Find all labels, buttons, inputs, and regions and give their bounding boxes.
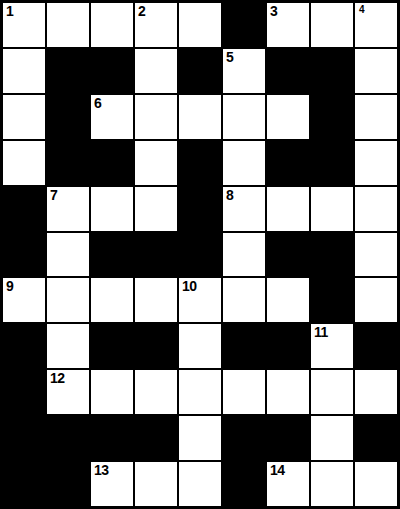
cell-r2c8 bbox=[311, 49, 353, 93]
cell-r3c9[interactable] bbox=[355, 95, 397, 139]
cell-r2c6[interactable]: 5 bbox=[223, 49, 265, 93]
clue-number-4: 4 bbox=[359, 4, 364, 16]
cell-r11c6 bbox=[223, 462, 265, 506]
cell-r2c5 bbox=[179, 49, 221, 93]
cell-r9c7[interactable] bbox=[267, 370, 309, 414]
cell-r2c3 bbox=[91, 49, 133, 93]
cell-r4c7 bbox=[267, 141, 309, 185]
cell-r5c3[interactable] bbox=[91, 187, 133, 231]
cell-r3c5[interactable] bbox=[179, 95, 221, 139]
cell-r9c8[interactable] bbox=[311, 370, 353, 414]
cell-r10c6 bbox=[223, 416, 265, 460]
clue-number-6: 6 bbox=[94, 95, 101, 111]
cell-r6c6[interactable] bbox=[223, 233, 265, 277]
cell-r10c7 bbox=[267, 416, 309, 460]
cell-r7c8 bbox=[311, 278, 353, 322]
cell-r7c7[interactable] bbox=[267, 278, 309, 322]
cell-r8c2[interactable] bbox=[47, 324, 89, 368]
clue-number-5: 5 bbox=[226, 49, 233, 65]
cell-r11c3[interactable]: 13 bbox=[91, 462, 133, 506]
cell-r1c6 bbox=[223, 3, 265, 47]
clue-number-11: 11 bbox=[314, 324, 328, 340]
cell-r2c2 bbox=[47, 49, 89, 93]
clue-number-2: 2 bbox=[138, 3, 145, 19]
cell-r11c2 bbox=[47, 462, 89, 506]
cell-r1c8[interactable] bbox=[311, 3, 353, 47]
cell-r4c6[interactable] bbox=[223, 141, 265, 185]
cell-r7c6[interactable] bbox=[223, 278, 265, 322]
cell-r9c4[interactable] bbox=[135, 370, 177, 414]
cell-r1c2[interactable] bbox=[47, 3, 89, 47]
crossword-grid: 1234567891011121314 bbox=[0, 0, 400, 509]
cell-r7c1[interactable]: 9 bbox=[3, 278, 45, 322]
cell-r5c1 bbox=[3, 187, 45, 231]
cell-r11c4[interactable] bbox=[135, 462, 177, 506]
clue-number-14: 14 bbox=[270, 462, 285, 478]
cell-r2c9[interactable] bbox=[355, 49, 397, 93]
cell-r11c9[interactable] bbox=[355, 462, 397, 506]
cell-r5c4[interactable] bbox=[135, 187, 177, 231]
cell-r3c4[interactable] bbox=[135, 95, 177, 139]
cell-r2c1[interactable] bbox=[3, 49, 45, 93]
cell-r3c3[interactable]: 6 bbox=[91, 95, 133, 139]
cell-r6c2[interactable] bbox=[47, 233, 89, 277]
cell-r4c4[interactable] bbox=[135, 141, 177, 185]
cell-r8c5[interactable] bbox=[179, 324, 221, 368]
clue-number-13: 13 bbox=[94, 462, 109, 478]
cell-r11c7[interactable]: 14 bbox=[267, 462, 309, 506]
cell-r6c8 bbox=[311, 233, 353, 277]
cell-r10c9 bbox=[355, 416, 397, 460]
cell-r1c4[interactable]: 2 bbox=[135, 3, 177, 47]
cell-r1c9[interactable]: 4 bbox=[355, 3, 397, 47]
cell-r9c3[interactable] bbox=[91, 370, 133, 414]
cell-r5c7[interactable] bbox=[267, 187, 309, 231]
cell-r7c2[interactable] bbox=[47, 278, 89, 322]
cell-r5c6[interactable]: 8 bbox=[223, 187, 265, 231]
cell-r4c1[interactable] bbox=[3, 141, 45, 185]
cell-r9c1 bbox=[3, 370, 45, 414]
cell-r1c5[interactable] bbox=[179, 3, 221, 47]
cell-r10c8[interactable] bbox=[311, 416, 353, 460]
cell-r4c9[interactable] bbox=[355, 141, 397, 185]
cell-r11c5[interactable] bbox=[179, 462, 221, 506]
cell-r11c8[interactable] bbox=[311, 462, 353, 506]
cell-r4c2 bbox=[47, 141, 89, 185]
cell-r6c3 bbox=[91, 233, 133, 277]
cell-r8c3 bbox=[91, 324, 133, 368]
cell-r9c9[interactable] bbox=[355, 370, 397, 414]
cell-r8c6 bbox=[223, 324, 265, 368]
clue-number-1: 1 bbox=[6, 3, 13, 19]
cell-r6c5 bbox=[179, 233, 221, 277]
cell-r3c8 bbox=[311, 95, 353, 139]
cell-r11c1 bbox=[3, 462, 45, 506]
clue-number-7: 7 bbox=[50, 187, 57, 203]
cell-r9c5[interactable] bbox=[179, 370, 221, 414]
cell-r10c4 bbox=[135, 416, 177, 460]
cell-r8c9 bbox=[355, 324, 397, 368]
cell-r8c1 bbox=[3, 324, 45, 368]
clue-number-3: 3 bbox=[270, 3, 277, 19]
cell-r5c8[interactable] bbox=[311, 187, 353, 231]
cell-r8c4 bbox=[135, 324, 177, 368]
cell-r3c1[interactable] bbox=[3, 95, 45, 139]
cell-r10c5[interactable] bbox=[179, 416, 221, 460]
cell-r6c7 bbox=[267, 233, 309, 277]
cell-r3c2 bbox=[47, 95, 89, 139]
cell-r4c5 bbox=[179, 141, 221, 185]
cell-r4c8 bbox=[311, 141, 353, 185]
cell-r7c3[interactable] bbox=[91, 278, 133, 322]
cell-r3c6[interactable] bbox=[223, 95, 265, 139]
cell-r6c1 bbox=[3, 233, 45, 277]
cell-r1c3[interactable] bbox=[91, 3, 133, 47]
cell-r7c5[interactable]: 10 bbox=[179, 278, 221, 322]
cell-r2c7 bbox=[267, 49, 309, 93]
cell-r7c4[interactable] bbox=[135, 278, 177, 322]
cell-r2c4[interactable] bbox=[135, 49, 177, 93]
clue-number-10: 10 bbox=[182, 278, 197, 294]
cell-r7c9[interactable] bbox=[355, 278, 397, 322]
cell-r3c7[interactable] bbox=[267, 95, 309, 139]
clue-number-9: 9 bbox=[6, 278, 13, 294]
cell-r10c3 bbox=[91, 416, 133, 460]
cell-r4c3 bbox=[91, 141, 133, 185]
cell-r10c1 bbox=[3, 416, 45, 460]
cell-r5c9[interactable] bbox=[355, 187, 397, 231]
cell-r10c2 bbox=[47, 416, 89, 460]
cell-r9c6[interactable] bbox=[223, 370, 265, 414]
cell-r8c8[interactable]: 11 bbox=[311, 324, 353, 368]
cell-r6c9[interactable] bbox=[355, 233, 397, 277]
cell-r1c1[interactable]: 1 bbox=[3, 3, 45, 47]
cell-r8c7 bbox=[267, 324, 309, 368]
cell-r6c4 bbox=[135, 233, 177, 277]
clue-number-12: 12 bbox=[50, 370, 65, 386]
cell-r1c7[interactable]: 3 bbox=[267, 3, 309, 47]
cell-r5c2[interactable]: 7 bbox=[47, 187, 89, 231]
clue-number-8: 8 bbox=[226, 187, 233, 203]
cell-r9c2[interactable]: 12 bbox=[47, 370, 89, 414]
crossword-puzzle: 1234567891011121314 bbox=[0, 0, 400, 509]
cell-r5c5 bbox=[179, 187, 221, 231]
